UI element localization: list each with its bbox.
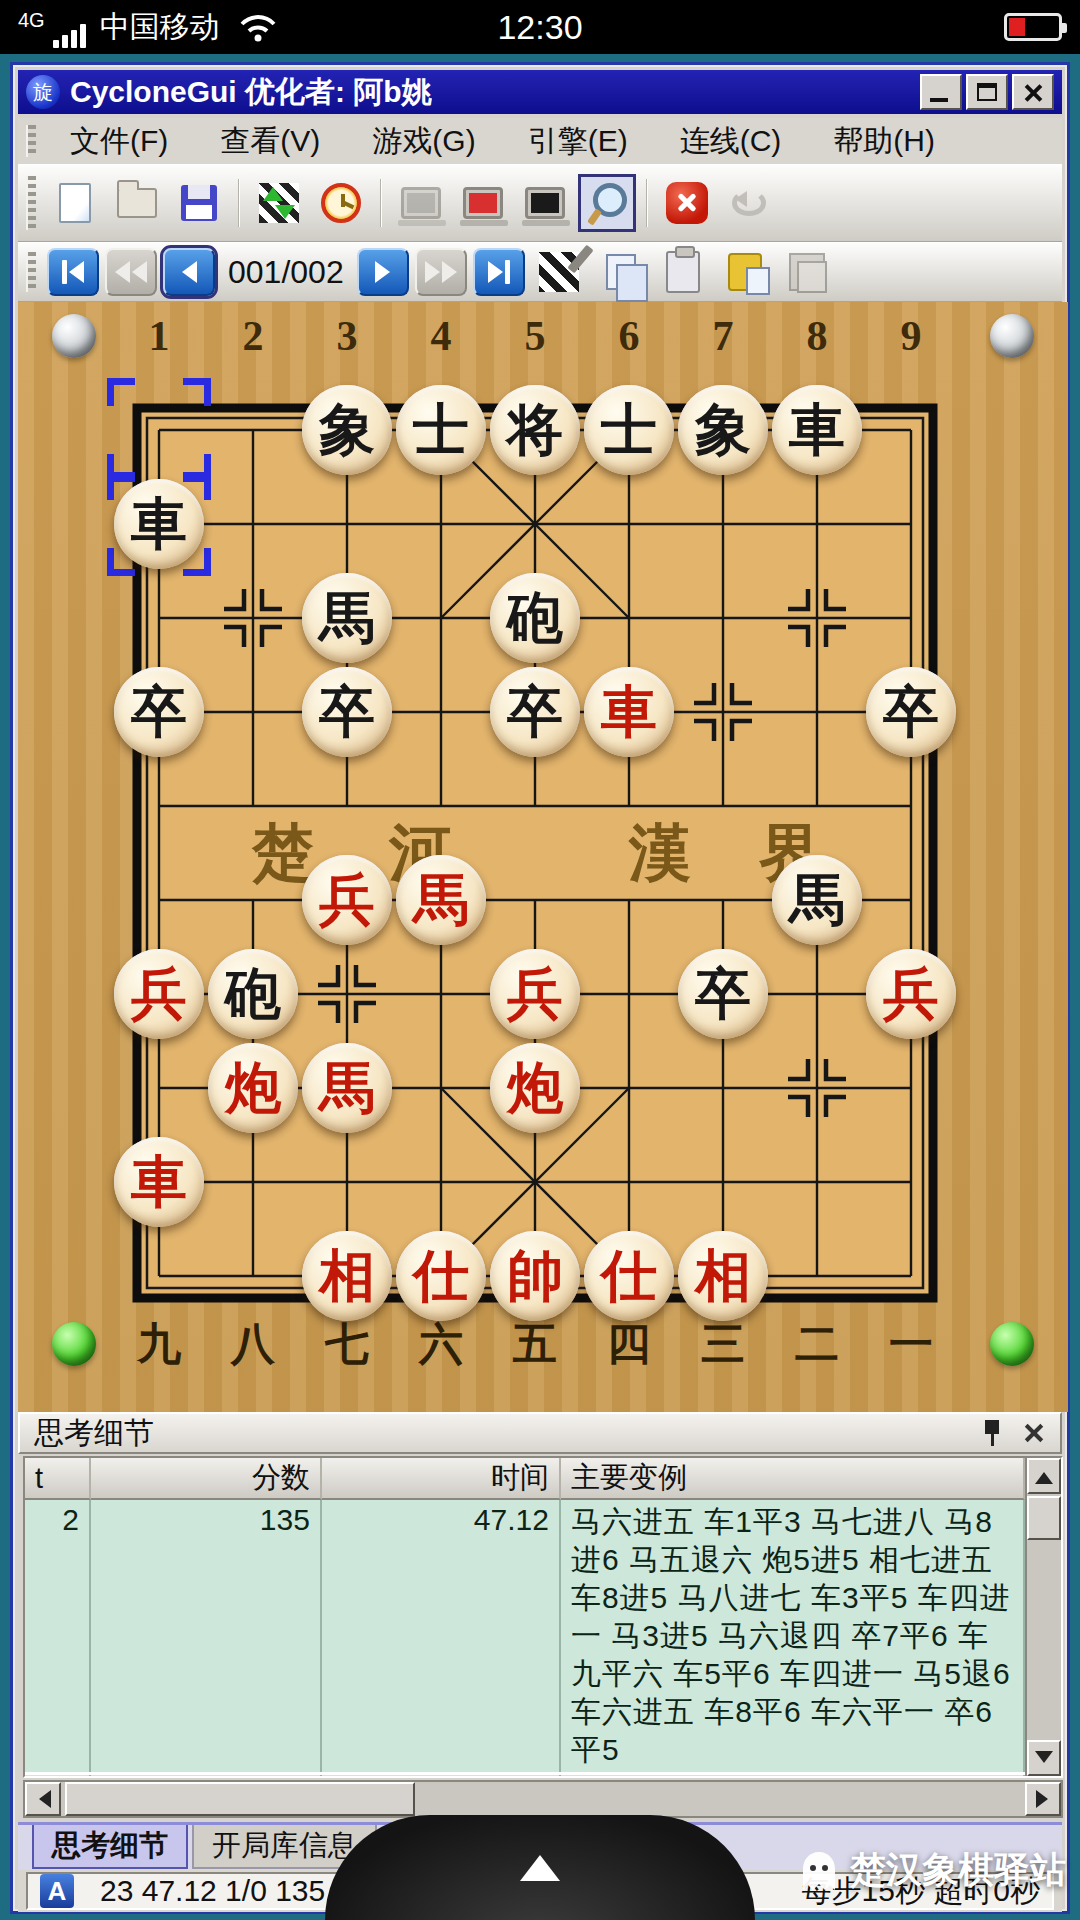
vertical-scroll-thumb[interactable] (1027, 1496, 1061, 1540)
think-panel-header[interactable]: 思考细节 (18, 1412, 1062, 1454)
scroll-left-button[interactable] (25, 1782, 61, 1816)
scroll-up-button[interactable] (1027, 1458, 1061, 1494)
scroll-down-button[interactable] (1027, 1740, 1061, 1776)
menu-grip (26, 125, 36, 157)
think-panel-title: 思考细节 (34, 1413, 154, 1454)
file-label-top: 5 (525, 312, 546, 360)
menu-item-3[interactable]: 引擎(E) (502, 121, 654, 162)
piece-black-象[interactable]: 象 (302, 385, 392, 475)
analysis-row[interactable]: 2 135 47.12 马六进五 车1平3 马七进八 马8进6 马五退六 炮5进… (25, 1500, 1025, 1775)
arrow-up-icon (520, 1835, 560, 1881)
engine-monitor-gray-icon (401, 187, 441, 219)
app-logo-icon: 旋 (26, 75, 60, 109)
file-label-bottom: 九 (137, 1315, 181, 1374)
edit-position-button[interactable] (530, 243, 588, 301)
import-book-button[interactable] (716, 243, 774, 301)
timer-button[interactable] (312, 174, 370, 232)
stop-icon (666, 182, 708, 224)
undo-button[interactable] (720, 174, 778, 232)
watermark-text: 楚汉象棋驿站 (850, 1846, 1066, 1895)
panel-close-icon[interactable] (1022, 1421, 1046, 1445)
save-file-button[interactable] (170, 174, 228, 232)
window-title-bar[interactable]: 旋 CycloneGui 优化者: 阿b姚 (18, 70, 1062, 114)
piece-red-兵[interactable]: 兵 (302, 855, 392, 945)
file-label-top: 7 (713, 312, 734, 360)
phone-status-bar: 4G 中国移动 12:30 (0, 0, 1080, 54)
file-label-top: 8 (807, 312, 828, 360)
piece-black-砲[interactable]: 砲 (490, 573, 580, 663)
file-label-bottom: 三 (701, 1315, 745, 1374)
piece-black-将[interactable]: 将 (490, 385, 580, 475)
watermark: 楚汉象棋驿站 (798, 1846, 1066, 1895)
swap-sides-icon (259, 183, 299, 223)
export-button[interactable] (778, 243, 836, 301)
paste-icon (666, 251, 700, 293)
engine-monitor-black-icon (525, 187, 565, 219)
piece-black-砲[interactable]: 砲 (208, 949, 298, 1039)
toolbar-grip (26, 252, 36, 293)
piece-red-馬[interactable]: 馬 (302, 1043, 392, 1133)
piece-red-兵[interactable]: 兵 (114, 949, 204, 1039)
analysis-mode-button[interactable] (578, 174, 636, 232)
piece-red-車[interactable]: 車 (584, 667, 674, 757)
column-header-0[interactable]: t (25, 1458, 91, 1500)
file-label-bottom: 八 (231, 1315, 275, 1374)
navigation-toolbar: 001/002 (18, 242, 1062, 302)
piece-black-士[interactable]: 士 (584, 385, 674, 475)
column-header-3[interactable]: 主要变例 (561, 1458, 1025, 1500)
column-header-2[interactable]: 时间 (322, 1458, 561, 1500)
piece-black-卒[interactable]: 卒 (678, 949, 768, 1039)
copy-button[interactable] (592, 243, 650, 301)
battery-icon (1004, 13, 1062, 41)
file-label-top: 9 (901, 312, 922, 360)
fast-forward-button[interactable] (415, 248, 467, 296)
last-move-marker (107, 378, 211, 482)
analysis-status-icon: A (40, 1874, 74, 1908)
analysis-row[interactable]: 2 130? 43.23 马六进五 (25, 1775, 1025, 1776)
file-label-top: 4 (431, 312, 452, 360)
piece-red-車[interactable]: 車 (114, 1137, 204, 1227)
close-button[interactable] (1012, 74, 1054, 110)
menu-item-1[interactable]: 查看(V) (194, 121, 346, 162)
toolbar-grip (26, 176, 36, 229)
piece-black-馬[interactable]: 馬 (772, 855, 862, 945)
flip-board-button[interactable] (250, 174, 308, 232)
menu-item-4[interactable]: 连线(C) (654, 121, 808, 162)
menu-item-5[interactable]: 帮助(H) (807, 121, 961, 162)
file-label-top: 1 (149, 312, 170, 360)
navigation-pull-handle[interactable] (325, 1815, 755, 1920)
main-toolbar (18, 164, 1062, 242)
board-corner-ball (52, 314, 96, 358)
vertical-scrollbar[interactable] (1025, 1458, 1061, 1776)
piece-red-炮[interactable]: 炮 (208, 1043, 298, 1133)
app-window: 旋 CycloneGui 优化者: 阿b姚 文件(F)查看(V)游戏(G)引擎(… (10, 62, 1070, 1914)
magnifier-icon (585, 181, 629, 225)
analysis-table: t分数时间主要变例 2 135 47.12 马六进五 车1平3 马七进八 马8进… (23, 1456, 1063, 1778)
table-header-row: t分数时间主要变例 (25, 1458, 1025, 1500)
xiangqi-board[interactable]: 123456789九八七六五四三二一楚河漢界象士将士象車車馬砲卒卒卒車卒兵馬馬兵… (18, 302, 1068, 1412)
file-label-bottom: 四 (607, 1315, 651, 1374)
board-corner-ball (990, 1322, 1034, 1366)
file-label-bottom: 二 (795, 1315, 839, 1374)
piece-red-相[interactable]: 相 (302, 1231, 392, 1321)
file-label-top: 6 (619, 312, 640, 360)
piece-red-兵[interactable]: 兵 (866, 949, 956, 1039)
open-folder-icon (117, 188, 157, 218)
file-label-bottom: 五 (513, 1315, 557, 1374)
alarm-clock-icon (321, 183, 361, 223)
menu-item-2[interactable]: 游戏(G) (346, 121, 501, 162)
clock-label: 12:30 (0, 8, 1080, 47)
undo-arrow-icon (732, 190, 766, 216)
piece-black-卒[interactable]: 卒 (866, 667, 956, 757)
column-header-1[interactable]: 分数 (91, 1458, 322, 1500)
last-move-button[interactable] (473, 248, 525, 296)
copy-icon (606, 254, 636, 290)
engine-mode-1-button[interactable] (392, 174, 450, 232)
piece-red-帥[interactable]: 帥 (490, 1231, 580, 1321)
file-label-bottom: 六 (419, 1315, 463, 1374)
file-label-top: 3 (337, 312, 358, 360)
board-corner-ball (52, 1322, 96, 1366)
tab-0-active[interactable]: 思考细节 (32, 1825, 188, 1869)
file-label-bottom: 七 (325, 1315, 369, 1374)
move-counter: 001/002 (228, 254, 344, 291)
piece-black-車[interactable]: 車 (114, 479, 204, 569)
save-floppy-icon (181, 185, 217, 221)
fast-back-button[interactable] (105, 248, 157, 296)
board-corner-ball (990, 314, 1034, 358)
phone-screen: 4G 中国移动 12:30 旋 CycloneGui 优化者: 阿b姚 (0, 0, 1080, 1920)
ghost-logo-icon (798, 1848, 840, 1894)
first-move-button[interactable] (47, 248, 99, 296)
next-move-button[interactable] (357, 248, 409, 296)
paste-button[interactable] (654, 243, 712, 301)
open-file-button[interactable] (108, 174, 166, 232)
piece-red-炮[interactable]: 炮 (490, 1043, 580, 1133)
piece-black-卒[interactable]: 卒 (114, 667, 204, 757)
piece-black-卒[interactable]: 卒 (490, 667, 580, 757)
river-text: 漢 (629, 811, 691, 895)
menu-item-0[interactable]: 文件(F) (44, 121, 194, 162)
piece-black-卒[interactable]: 卒 (302, 667, 392, 757)
piece-red-兵[interactable]: 兵 (490, 949, 580, 1039)
stop-engine-button[interactable] (658, 174, 716, 232)
file-label-top: 2 (243, 312, 264, 360)
engine-mode-2-button[interactable] (454, 174, 512, 232)
piece-red-仕[interactable]: 仕 (396, 1231, 486, 1321)
piece-black-士[interactable]: 士 (396, 385, 486, 475)
minimize-button[interactable] (920, 74, 962, 110)
import-icon (728, 253, 762, 291)
export-icon (789, 253, 825, 291)
window-title: CycloneGui 优化者: 阿b姚 (70, 72, 432, 113)
menu-bar: 文件(F)查看(V)游戏(G)引擎(E)连线(C)帮助(H) (18, 118, 1062, 164)
new-game-button[interactable] (46, 174, 104, 232)
edit-board-icon (539, 252, 579, 292)
maximize-button[interactable] (966, 74, 1008, 110)
engine-monitor-red-icon (463, 187, 503, 219)
piece-black-象[interactable]: 象 (678, 385, 768, 475)
scroll-right-button[interactable] (1025, 1782, 1061, 1816)
previous-move-button[interactable] (163, 248, 215, 296)
horizontal-scroll-thumb[interactable] (65, 1782, 415, 1816)
file-label-bottom: 一 (889, 1315, 933, 1374)
piece-red-相[interactable]: 相 (678, 1231, 768, 1321)
piece-black-馬[interactable]: 馬 (302, 573, 392, 663)
engine-mode-3-button[interactable] (516, 174, 574, 232)
new-file-icon (59, 183, 91, 223)
piece-black-車[interactable]: 車 (772, 385, 862, 475)
piece-red-仕[interactable]: 仕 (584, 1231, 674, 1321)
horizontal-scrollbar[interactable] (23, 1780, 1063, 1818)
pin-icon[interactable] (982, 1420, 1004, 1446)
piece-red-馬[interactable]: 馬 (396, 855, 486, 945)
